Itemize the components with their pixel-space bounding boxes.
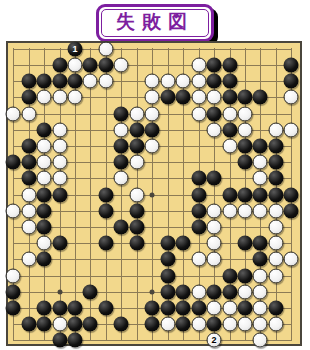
black-stone	[207, 284, 222, 299]
black-stone	[237, 187, 252, 202]
white-stone	[237, 317, 252, 332]
go-board: 12	[6, 41, 302, 346]
black-stone	[268, 301, 283, 316]
black-stone	[253, 90, 268, 105]
black-stone	[98, 187, 113, 202]
white-stone	[52, 90, 67, 105]
black-stone	[160, 268, 175, 283]
grid-line-horizontal	[13, 227, 292, 228]
black-stone	[222, 90, 237, 105]
black-stone	[160, 301, 175, 316]
black-stone	[129, 236, 144, 251]
white-stone	[253, 155, 268, 170]
black-stone	[207, 106, 222, 121]
black-stone	[68, 301, 83, 316]
black-stone	[284, 74, 299, 89]
white-stone	[207, 220, 222, 235]
white-stone	[268, 268, 283, 283]
black-stone	[237, 155, 252, 170]
white-stone	[52, 171, 67, 186]
white-stone	[253, 333, 268, 348]
black-stone	[6, 155, 21, 170]
white-stone	[52, 122, 67, 137]
black-stone	[83, 284, 98, 299]
white-stone	[191, 284, 206, 299]
white-stone	[160, 74, 175, 89]
black-stone	[52, 58, 67, 73]
black-stone	[268, 171, 283, 186]
white-stone	[191, 106, 206, 121]
black-stone	[268, 155, 283, 170]
white-stone	[284, 90, 299, 105]
black-stone	[176, 301, 191, 316]
black-stone	[222, 74, 237, 89]
star-point	[57, 289, 62, 294]
black-stone	[37, 122, 52, 137]
white-stone	[222, 139, 237, 154]
white-stone	[237, 203, 252, 218]
move-number-label: 1	[72, 44, 77, 53]
white-stone	[145, 106, 160, 121]
black-stone	[237, 268, 252, 283]
black-stone	[176, 90, 191, 105]
black-stone	[253, 139, 268, 154]
white-stone	[191, 317, 206, 332]
white-stone	[191, 90, 206, 105]
white-stone	[114, 58, 129, 73]
white-stone	[207, 301, 222, 316]
black-stone	[21, 139, 36, 154]
black-stone	[237, 301, 252, 316]
white-stone	[37, 155, 52, 170]
white-stone	[52, 139, 67, 154]
black-stone	[268, 187, 283, 202]
black-stone	[160, 252, 175, 267]
black-stone	[83, 317, 98, 332]
white-stone	[268, 252, 283, 267]
black-stone	[37, 203, 52, 218]
white-stone	[37, 90, 52, 105]
black-stone	[52, 236, 67, 251]
white-stone	[253, 301, 268, 316]
white-stone	[253, 203, 268, 218]
black-stone	[284, 203, 299, 218]
black-stone	[129, 139, 144, 154]
black-stone	[37, 74, 52, 89]
white-stone	[145, 139, 160, 154]
grid-line-horizontal	[13, 259, 292, 260]
black-stone	[114, 139, 129, 154]
black-stone	[37, 252, 52, 267]
black-stone	[129, 220, 144, 235]
white-stone	[21, 106, 36, 121]
white-stone	[37, 236, 52, 251]
black-stone	[52, 187, 67, 202]
black-stone	[6, 301, 21, 316]
white-stone	[222, 301, 237, 316]
white-stone	[145, 74, 160, 89]
black-stone	[6, 284, 21, 299]
black-stone	[98, 58, 113, 73]
white-stone	[21, 220, 36, 235]
black-stone	[37, 317, 52, 332]
black-stone	[222, 122, 237, 137]
black-stone-move-1: 1	[68, 41, 83, 56]
white-stone	[207, 236, 222, 251]
black-stone	[83, 58, 98, 73]
black-stone	[160, 284, 175, 299]
white-stone	[253, 284, 268, 299]
black-stone	[98, 236, 113, 251]
black-stone	[52, 333, 67, 348]
black-stone	[52, 301, 67, 316]
black-stone	[222, 187, 237, 202]
black-stone	[237, 90, 252, 105]
white-stone	[207, 122, 222, 137]
page: 失敗図 12	[0, 0, 310, 350]
black-stone	[207, 74, 222, 89]
star-point	[150, 289, 155, 294]
white-stone	[237, 284, 252, 299]
black-stone	[114, 155, 129, 170]
white-stone	[253, 171, 268, 186]
white-stone	[191, 74, 206, 89]
black-stone	[114, 106, 129, 121]
white-stone	[129, 187, 144, 202]
black-stone	[37, 187, 52, 202]
black-stone	[21, 317, 36, 332]
white-stone	[191, 252, 206, 267]
white-stone	[6, 203, 21, 218]
white-stone	[6, 268, 21, 283]
black-stone	[222, 268, 237, 283]
white-stone	[37, 171, 52, 186]
black-stone	[21, 171, 36, 186]
white-stone	[253, 268, 268, 283]
black-stone	[176, 284, 191, 299]
black-stone	[114, 317, 129, 332]
white-stone	[37, 139, 52, 154]
white-stone	[268, 317, 283, 332]
black-stone	[98, 301, 113, 316]
white-stone	[98, 41, 113, 56]
black-stone	[253, 252, 268, 267]
star-point	[150, 192, 155, 197]
white-stone	[222, 317, 237, 332]
black-stone	[191, 187, 206, 202]
white-stone-move-2: 2	[207, 333, 222, 348]
black-stone	[191, 220, 206, 235]
black-stone	[284, 58, 299, 73]
title-plate: 失敗図	[96, 4, 214, 42]
white-stone	[268, 236, 283, 251]
white-stone	[191, 58, 206, 73]
black-stone	[207, 171, 222, 186]
white-stone	[284, 252, 299, 267]
white-stone	[83, 74, 98, 89]
black-stone	[114, 220, 129, 235]
white-stone	[6, 106, 21, 121]
black-stone	[191, 203, 206, 218]
black-stone	[237, 139, 252, 154]
white-stone	[237, 122, 252, 137]
black-stone	[21, 74, 36, 89]
white-stone	[253, 317, 268, 332]
black-stone	[284, 187, 299, 202]
white-stone	[21, 187, 36, 202]
black-stone	[37, 220, 52, 235]
black-stone	[237, 236, 252, 251]
white-stone	[145, 90, 160, 105]
black-stone	[176, 317, 191, 332]
white-stone	[114, 171, 129, 186]
white-stone	[268, 203, 283, 218]
black-stone	[52, 74, 67, 89]
black-stone	[253, 187, 268, 202]
black-stone	[98, 203, 113, 218]
black-stone	[145, 301, 160, 316]
white-stone	[68, 90, 83, 105]
white-stone	[222, 106, 237, 121]
white-stone	[207, 90, 222, 105]
black-stone	[37, 301, 52, 316]
black-stone	[129, 203, 144, 218]
white-stone	[176, 74, 191, 89]
black-stone	[176, 236, 191, 251]
black-stone	[145, 317, 160, 332]
white-stone	[21, 252, 36, 267]
black-stone	[68, 317, 83, 332]
white-stone	[268, 220, 283, 235]
white-stone	[237, 106, 252, 121]
title-plate-inner: 失敗図	[101, 9, 209, 37]
black-stone	[160, 236, 175, 251]
white-stone	[129, 155, 144, 170]
black-stone	[207, 58, 222, 73]
black-stone	[268, 139, 283, 154]
black-stone	[191, 171, 206, 186]
black-stone	[207, 317, 222, 332]
white-stone	[98, 74, 113, 89]
black-stone	[160, 90, 175, 105]
white-stone	[207, 203, 222, 218]
black-stone	[222, 284, 237, 299]
white-stone	[52, 317, 67, 332]
white-stone	[21, 203, 36, 218]
white-stone	[114, 122, 129, 137]
black-stone	[21, 155, 36, 170]
white-stone	[68, 58, 83, 73]
white-stone	[284, 122, 299, 137]
black-stone	[253, 236, 268, 251]
white-stone	[268, 122, 283, 137]
black-stone	[68, 333, 83, 348]
white-stone	[52, 155, 67, 170]
black-stone	[68, 74, 83, 89]
move-number-label: 2	[212, 336, 217, 345]
black-stone	[191, 301, 206, 316]
black-stone	[21, 90, 36, 105]
white-stone	[222, 203, 237, 218]
black-stone	[222, 58, 237, 73]
black-stone	[145, 122, 160, 137]
white-stone	[207, 252, 222, 267]
white-stone	[129, 106, 144, 121]
black-stone	[129, 122, 144, 137]
diagram-title: 失敗図	[116, 11, 194, 33]
white-stone	[160, 317, 175, 332]
